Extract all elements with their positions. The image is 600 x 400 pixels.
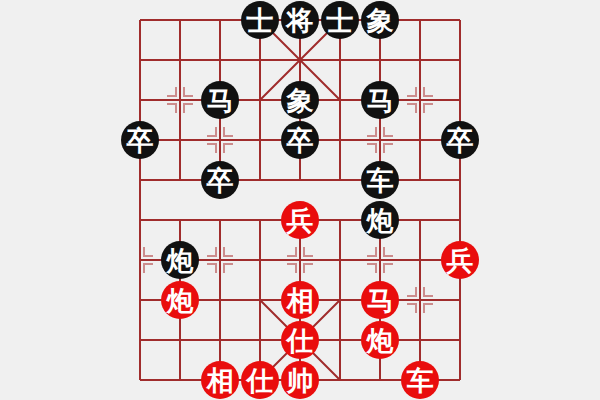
piece-black-advisor[interactable]: 士 (241, 1, 279, 39)
piece-black-elephant[interactable]: 象 (361, 1, 399, 39)
piece-black-soldier[interactable]: 卒 (441, 121, 479, 159)
piece-black-cannon[interactable]: 炮 (361, 201, 399, 239)
piece-red-chariot[interactable]: 车 (401, 361, 439, 399)
piece-black-horse[interactable]: 马 (201, 81, 239, 119)
piece-red-soldier[interactable]: 兵 (441, 241, 479, 279)
piece-black-advisor[interactable]: 士 (321, 1, 359, 39)
piece-red-cannon[interactable]: 炮 (161, 281, 199, 319)
piece-black-chariot[interactable]: 车 (361, 161, 399, 199)
piece-red-elephant[interactable]: 相 (201, 361, 239, 399)
piece-black-general[interactable]: 将 (281, 1, 319, 39)
piece-red-general[interactable]: 帅 (281, 361, 319, 399)
piece-black-cannon[interactable]: 炮 (161, 241, 199, 279)
piece-black-soldier[interactable]: 卒 (121, 121, 159, 159)
piece-red-soldier[interactable]: 兵 (281, 201, 319, 239)
piece-red-advisor[interactable]: 仕 (241, 361, 279, 399)
piece-black-soldier[interactable]: 卒 (281, 121, 319, 159)
piece-black-elephant[interactable]: 象 (281, 81, 319, 119)
piece-red-elephant[interactable]: 相 (281, 281, 319, 319)
piece-red-advisor[interactable]: 仕 (281, 321, 319, 359)
piece-red-horse[interactable]: 马 (361, 281, 399, 319)
piece-black-soldier[interactable]: 卒 (201, 161, 239, 199)
piece-red-cannon[interactable]: 炮 (361, 321, 399, 359)
piece-black-horse[interactable]: 马 (361, 81, 399, 119)
xiangqi-board[interactable]: 士将士象马象马卒卒卒卒车兵炮炮兵炮相马仕炮相仕帅车 (0, 0, 600, 400)
